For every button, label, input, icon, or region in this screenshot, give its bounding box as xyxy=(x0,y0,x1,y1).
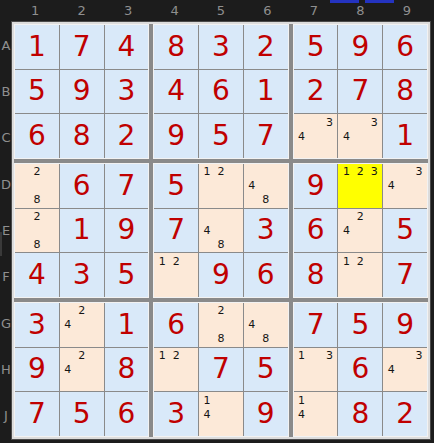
cell-E2[interactable]: 1 xyxy=(60,209,104,253)
cell-B7[interactable]: 2 xyxy=(294,70,338,114)
cell-A9[interactable]: 6 xyxy=(383,25,427,69)
candidate-slot-2 xyxy=(398,349,412,363)
cell-value: 2 xyxy=(307,77,325,105)
row-label-G: G xyxy=(0,300,12,346)
cell-J8[interactable]: 8 xyxy=(338,392,382,436)
candidate-slot-6 xyxy=(44,179,58,193)
cell-F8[interactable]: 12 xyxy=(338,253,382,297)
cell-value: 7 xyxy=(118,172,136,200)
cell-value: 8 xyxy=(167,33,185,61)
column-label-6: 6 xyxy=(244,0,290,20)
candidate-slot-9 xyxy=(367,237,381,251)
candidate-slot-5 xyxy=(353,224,367,238)
cell-C3[interactable]: 2 xyxy=(105,114,149,158)
cell-C5[interactable]: 5 xyxy=(199,114,243,158)
column-label-8: 8 xyxy=(337,0,383,20)
cell-value: 9 xyxy=(118,216,136,244)
candidate-slot-4: 4 xyxy=(339,224,353,238)
candidate-slot-7 xyxy=(61,332,75,346)
candidate-slot-6 xyxy=(412,363,426,377)
candidate-slot-6 xyxy=(412,179,426,193)
candidate-slot-1 xyxy=(61,349,75,363)
candidate-slot-9 xyxy=(412,193,426,207)
candidate-slot-2: 2 xyxy=(30,165,44,179)
cell-G4[interactable]: 6 xyxy=(154,303,198,347)
candidate-slot-6 xyxy=(367,129,381,143)
cell-value: 5 xyxy=(351,311,369,339)
candidate-slot-5 xyxy=(309,363,323,377)
column-label-3: 3 xyxy=(105,0,151,20)
candidate-grid: 34 xyxy=(384,165,426,207)
candidate-slot-9 xyxy=(44,193,58,207)
cell-value: 5 xyxy=(28,77,46,105)
cell-value: 6 xyxy=(396,33,414,61)
candidate-slot-7 xyxy=(295,143,309,157)
candidate-slot-6 xyxy=(183,268,197,282)
candidate-slot-9 xyxy=(367,282,381,296)
cell-H7[interactable]: 13 xyxy=(294,348,338,392)
candidate-slot-5 xyxy=(30,224,44,238)
cell-C7[interactable]: 34 xyxy=(294,114,338,158)
candidate-slot-5 xyxy=(259,318,273,332)
candidate-slot-4 xyxy=(295,363,309,377)
box-5: 5124874831296 xyxy=(153,163,288,298)
cell-D2[interactable]: 6 xyxy=(60,164,104,208)
candidate-slot-4: 4 xyxy=(339,129,353,143)
cell-G3[interactable]: 1 xyxy=(105,303,149,347)
candidate-slot-8 xyxy=(353,237,367,251)
cell-value: 8 xyxy=(351,400,369,428)
candidate-slot-2 xyxy=(259,165,273,179)
candidate-slot-8: 8 xyxy=(259,193,273,207)
candidate-grid: 48 xyxy=(245,165,287,207)
cell-B6[interactable]: 1 xyxy=(244,70,288,114)
candidate-slot-7 xyxy=(295,376,309,390)
cell-C1[interactable]: 6 xyxy=(15,114,59,158)
candidate-slot-4 xyxy=(16,179,30,193)
candidate-slot-3 xyxy=(273,304,287,318)
candidate-slot-1: 1 xyxy=(339,165,353,179)
cell-value: 9 xyxy=(396,311,414,339)
candidate-slot-9 xyxy=(89,376,103,390)
cell-H2[interactable]: 24 xyxy=(60,348,104,392)
candidate-slot-4: 4 xyxy=(200,224,214,238)
cell-value: 5 xyxy=(118,261,136,289)
candidate-slot-7 xyxy=(339,143,353,157)
candidate-slot-3 xyxy=(44,210,58,224)
candidate-slot-7 xyxy=(200,237,214,251)
cell-value: 8 xyxy=(118,355,136,383)
candidate-slot-1 xyxy=(200,304,214,318)
candidate-slot-8 xyxy=(353,143,367,157)
cell-value: 8 xyxy=(396,77,414,105)
candidate-slot-1: 1 xyxy=(200,393,214,407)
candidate-slot-9 xyxy=(273,332,287,346)
cell-B3[interactable]: 3 xyxy=(105,70,149,114)
candidate-slot-6 xyxy=(323,129,337,143)
row-label-E: E xyxy=(0,207,12,253)
candidate-slot-3: 3 xyxy=(367,165,381,179)
cell-value: 7 xyxy=(167,216,185,244)
candidate-slot-4: 4 xyxy=(61,318,75,332)
candidate-slot-3 xyxy=(367,254,381,268)
cell-B2[interactable]: 9 xyxy=(60,70,104,114)
candidate-grid: 13 xyxy=(295,349,337,391)
candidate-slot-5 xyxy=(353,268,367,282)
candidate-grid: 28 xyxy=(200,304,242,346)
candidate-slot-4: 4 xyxy=(295,129,309,143)
row-label-F: F xyxy=(0,254,12,300)
candidate-slot-6 xyxy=(323,363,337,377)
column-label-9: 9 xyxy=(384,0,430,20)
cell-value: 4 xyxy=(167,77,185,105)
candidate-slot-8 xyxy=(214,421,228,435)
cell-D8[interactable]: 123 xyxy=(338,164,382,208)
candidate-slot-2 xyxy=(309,393,323,407)
cell-F6[interactable]: 6 xyxy=(244,253,288,297)
box-1: 174593682 xyxy=(14,24,149,159)
cell-A1[interactable]: 1 xyxy=(15,25,59,69)
column-labels: 123456789 xyxy=(12,0,430,20)
candidate-slot-4 xyxy=(339,179,353,193)
candidate-slot-3: 3 xyxy=(367,115,381,129)
cell-J6[interactable]: 9 xyxy=(244,392,288,436)
candidate-slot-4 xyxy=(16,224,30,238)
cell-H8[interactable]: 6 xyxy=(338,348,382,392)
candidate-slot-9 xyxy=(367,193,381,207)
cell-H5[interactable]: 7 xyxy=(199,348,243,392)
cell-value: 7 xyxy=(73,33,91,61)
candidate-slot-7 xyxy=(155,376,169,390)
cell-value: 1 xyxy=(28,33,46,61)
candidate-grid: 24 xyxy=(61,304,103,346)
candidate-slot-3 xyxy=(183,254,197,268)
candidate-slot-4: 4 xyxy=(384,363,398,377)
cell-value: 2 xyxy=(257,33,275,61)
candidate-grid: 123 xyxy=(339,165,381,207)
candidate-slot-3: 3 xyxy=(412,165,426,179)
cell-J4[interactable]: 3 xyxy=(154,392,198,436)
candidate-slot-1 xyxy=(245,165,259,179)
candidate-slot-8 xyxy=(309,376,323,390)
cell-B4[interactable]: 4 xyxy=(154,70,198,114)
candidate-slot-6 xyxy=(228,407,242,421)
cell-E1[interactable]: 28 xyxy=(15,209,59,253)
sudoku-board: 1745936828324619575962783434128672819435… xyxy=(12,22,430,439)
cell-A3[interactable]: 4 xyxy=(105,25,149,69)
cell-A2[interactable]: 7 xyxy=(60,25,104,69)
cell-E9[interactable]: 5 xyxy=(383,209,427,253)
candidate-slot-2: 2 xyxy=(169,349,183,363)
cell-value: 6 xyxy=(167,311,185,339)
box-9: 759136341482 xyxy=(293,302,428,437)
candidate-slot-8: 8 xyxy=(259,332,273,346)
candidate-slot-5 xyxy=(353,129,367,143)
cell-value: 2 xyxy=(396,400,414,428)
cell-value: 7 xyxy=(212,355,230,383)
candidate-slot-9 xyxy=(228,421,242,435)
cell-value: 5 xyxy=(212,122,230,150)
candidate-slot-9 xyxy=(273,193,287,207)
cell-B9[interactable]: 8 xyxy=(383,70,427,114)
cell-J5[interactable]: 14 xyxy=(199,392,243,436)
cell-G2[interactable]: 24 xyxy=(60,303,104,347)
candidate-slot-1 xyxy=(16,165,30,179)
cell-E3[interactable]: 9 xyxy=(105,209,149,253)
candidate-slot-2 xyxy=(309,115,323,129)
candidate-slot-7 xyxy=(16,237,30,251)
candidate-slot-5 xyxy=(398,179,412,193)
candidate-slot-3 xyxy=(367,210,381,224)
cell-J2[interactable]: 5 xyxy=(60,392,104,436)
cell-value: 5 xyxy=(73,400,91,428)
candidate-slot-4 xyxy=(339,268,353,282)
candidate-slot-8: 8 xyxy=(214,237,228,251)
candidate-slot-8 xyxy=(75,376,89,390)
candidate-slot-8 xyxy=(309,143,323,157)
cell-G6[interactable]: 48 xyxy=(244,303,288,347)
candidate-slot-1 xyxy=(16,210,30,224)
candidate-slot-9 xyxy=(323,376,337,390)
candidate-slot-2 xyxy=(214,210,228,224)
cell-D6[interactable]: 48 xyxy=(244,164,288,208)
row-label-A: A xyxy=(0,22,12,68)
candidate-slot-4 xyxy=(200,318,214,332)
cell-G9[interactable]: 9 xyxy=(383,303,427,347)
candidate-slot-8 xyxy=(398,376,412,390)
cell-A5[interactable]: 3 xyxy=(199,25,243,69)
cell-H3[interactable]: 8 xyxy=(105,348,149,392)
cell-F7[interactable]: 8 xyxy=(294,253,338,297)
cell-H4[interactable]: 12 xyxy=(154,348,198,392)
cell-value: 6 xyxy=(307,216,325,244)
candidate-slot-5 xyxy=(353,179,367,193)
cell-value: 8 xyxy=(73,122,91,150)
candidate-slot-6 xyxy=(89,363,103,377)
column-label-5: 5 xyxy=(198,0,244,20)
cell-E8[interactable]: 24 xyxy=(338,209,382,253)
candidate-slot-3 xyxy=(323,393,337,407)
cell-value: 3 xyxy=(167,400,185,428)
cell-F9[interactable]: 7 xyxy=(383,253,427,297)
cell-D3[interactable]: 7 xyxy=(105,164,149,208)
cell-A8[interactable]: 9 xyxy=(338,25,382,69)
cell-D7[interactable]: 9 xyxy=(294,164,338,208)
candidate-slot-1 xyxy=(339,210,353,224)
candidate-grid: 14 xyxy=(295,393,337,435)
candidate-slot-1: 1 xyxy=(339,254,353,268)
candidate-slot-8 xyxy=(309,421,323,435)
cell-J3[interactable]: 6 xyxy=(105,392,149,436)
cell-value: 7 xyxy=(307,311,325,339)
cell-D5[interactable]: 12 xyxy=(199,164,243,208)
cell-F4[interactable]: 12 xyxy=(154,253,198,297)
candidate-slot-3: 3 xyxy=(412,349,426,363)
candidate-slot-8 xyxy=(398,193,412,207)
cell-value: 3 xyxy=(212,33,230,61)
cell-D9[interactable]: 34 xyxy=(383,164,427,208)
cell-B8[interactable]: 7 xyxy=(338,70,382,114)
cell-value: 9 xyxy=(28,355,46,383)
box-3: 59627834341 xyxy=(293,24,428,159)
cell-value: 1 xyxy=(396,122,414,150)
candidate-slot-5 xyxy=(169,363,183,377)
cell-D1[interactable]: 28 xyxy=(15,164,59,208)
candidate-slot-6 xyxy=(367,268,381,282)
candidate-slot-7 xyxy=(245,332,259,346)
cell-value: 5 xyxy=(307,33,325,61)
cell-F5[interactable]: 9 xyxy=(199,253,243,297)
cell-C8[interactable]: 34 xyxy=(338,114,382,158)
candidate-grid: 24 xyxy=(339,210,381,252)
cell-A4[interactable]: 8 xyxy=(154,25,198,69)
candidate-slot-2: 2 xyxy=(75,304,89,318)
cell-C6[interactable]: 7 xyxy=(244,114,288,158)
column-label-2: 2 xyxy=(58,0,104,20)
candidate-slot-5 xyxy=(75,318,89,332)
cell-value: 7 xyxy=(28,400,46,428)
candidate-grid: 12 xyxy=(155,254,197,296)
candidate-slot-9 xyxy=(183,282,197,296)
candidate-slot-6 xyxy=(228,179,242,193)
candidate-slot-6 xyxy=(89,318,103,332)
candidate-grid: 34 xyxy=(295,115,337,157)
candidate-slot-3: 3 xyxy=(323,349,337,363)
candidate-slot-4 xyxy=(155,363,169,377)
candidate-slot-5 xyxy=(214,179,228,193)
cell-G8[interactable]: 5 xyxy=(338,303,382,347)
row-labels: ABCDEFGHJ xyxy=(0,22,12,439)
cell-value: 1 xyxy=(257,77,275,105)
candidate-slot-3 xyxy=(228,304,242,318)
candidate-slot-6 xyxy=(367,179,381,193)
candidate-slot-6 xyxy=(228,224,242,238)
candidate-slot-3: 3 xyxy=(323,115,337,129)
cell-value: 9 xyxy=(212,261,230,289)
candidate-slot-7 xyxy=(16,193,30,207)
cell-value: 6 xyxy=(351,355,369,383)
cell-G7[interactable]: 7 xyxy=(294,303,338,347)
cell-value: 6 xyxy=(257,261,275,289)
cell-A6[interactable]: 2 xyxy=(244,25,288,69)
candidate-grid: 12 xyxy=(339,254,381,296)
candidate-slot-5 xyxy=(214,224,228,238)
candidate-slot-3 xyxy=(228,393,242,407)
candidate-slot-5 xyxy=(169,268,183,282)
candidate-slot-9 xyxy=(323,421,337,435)
cell-G1[interactable]: 3 xyxy=(15,303,59,347)
cell-H6[interactable]: 5 xyxy=(244,348,288,392)
candidate-slot-7 xyxy=(61,376,75,390)
cell-B5[interactable]: 6 xyxy=(199,70,243,114)
candidate-slot-5 xyxy=(309,129,323,143)
candidate-slot-8 xyxy=(214,193,228,207)
row-label-B: B xyxy=(0,68,12,114)
candidate-slot-2 xyxy=(353,115,367,129)
candidate-slot-8 xyxy=(353,282,367,296)
cell-C4[interactable]: 9 xyxy=(154,114,198,158)
cell-E6[interactable]: 3 xyxy=(244,209,288,253)
cell-C9[interactable]: 1 xyxy=(383,114,427,158)
cell-J9[interactable]: 2 xyxy=(383,392,427,436)
cell-E4[interactable]: 7 xyxy=(154,209,198,253)
cell-value: 7 xyxy=(257,122,275,150)
candidate-slot-5 xyxy=(214,407,228,421)
candidate-slot-4: 4 xyxy=(61,363,75,377)
candidate-slot-8 xyxy=(169,282,183,296)
candidate-slot-9 xyxy=(412,376,426,390)
candidate-slot-7 xyxy=(339,237,353,251)
candidate-slot-7 xyxy=(155,282,169,296)
candidate-grid: 12 xyxy=(200,165,242,207)
candidate-slot-2 xyxy=(214,393,228,407)
cell-H9[interactable]: 34 xyxy=(383,348,427,392)
candidate-slot-2 xyxy=(398,165,412,179)
candidate-slot-4: 4 xyxy=(245,179,259,193)
cell-value: 3 xyxy=(73,261,91,289)
candidate-slot-1: 1 xyxy=(295,349,309,363)
candidate-slot-1: 1 xyxy=(295,393,309,407)
candidate-slot-9 xyxy=(323,143,337,157)
row-label-J: J xyxy=(0,393,12,439)
cell-value: 4 xyxy=(118,33,136,61)
cell-C2[interactable]: 8 xyxy=(60,114,104,158)
cell-F1[interactable]: 4 xyxy=(15,253,59,297)
candidate-slot-3 xyxy=(44,165,58,179)
candidate-slot-2 xyxy=(259,304,273,318)
candidate-slot-1 xyxy=(384,165,398,179)
cell-A7[interactable]: 5 xyxy=(294,25,338,69)
cell-value: 9 xyxy=(257,400,275,428)
box-4: 28672819435 xyxy=(14,163,149,298)
cell-G5[interactable]: 28 xyxy=(199,303,243,347)
cell-B1[interactable]: 5 xyxy=(15,70,59,114)
candidate-slot-1 xyxy=(339,115,353,129)
candidate-slot-4 xyxy=(155,268,169,282)
candidate-slot-2: 2 xyxy=(353,165,367,179)
candidate-slot-5 xyxy=(259,179,273,193)
cell-H1[interactable]: 9 xyxy=(15,348,59,392)
cell-F3[interactable]: 5 xyxy=(105,253,149,297)
cell-D4[interactable]: 5 xyxy=(154,164,198,208)
candidate-slot-7 xyxy=(200,332,214,346)
candidate-slot-7 xyxy=(384,193,398,207)
candidate-slot-9 xyxy=(89,332,103,346)
cell-E5[interactable]: 48 xyxy=(199,209,243,253)
candidate-slot-5 xyxy=(309,407,323,421)
candidate-slot-4: 4 xyxy=(200,407,214,421)
candidate-grid: 12 xyxy=(155,349,197,391)
candidate-slot-9 xyxy=(228,193,242,207)
cell-E7[interactable]: 6 xyxy=(294,209,338,253)
candidate-slot-8 xyxy=(353,193,367,207)
candidate-slot-7 xyxy=(384,376,398,390)
column-label-1: 1 xyxy=(12,0,58,20)
candidate-slot-6 xyxy=(273,179,287,193)
cell-J1[interactable]: 7 xyxy=(15,392,59,436)
cell-value: 8 xyxy=(307,261,325,289)
cell-F2[interactable]: 3 xyxy=(60,253,104,297)
candidate-slot-9 xyxy=(228,332,242,346)
cell-value: 5 xyxy=(396,216,414,244)
candidate-slot-9 xyxy=(183,376,197,390)
candidate-slot-1 xyxy=(200,210,214,224)
candidate-slot-1 xyxy=(245,304,259,318)
cell-value: 6 xyxy=(73,172,91,200)
cell-J7[interactable]: 14 xyxy=(294,392,338,436)
candidate-slot-7 xyxy=(200,193,214,207)
candidate-slot-3 xyxy=(183,349,197,363)
